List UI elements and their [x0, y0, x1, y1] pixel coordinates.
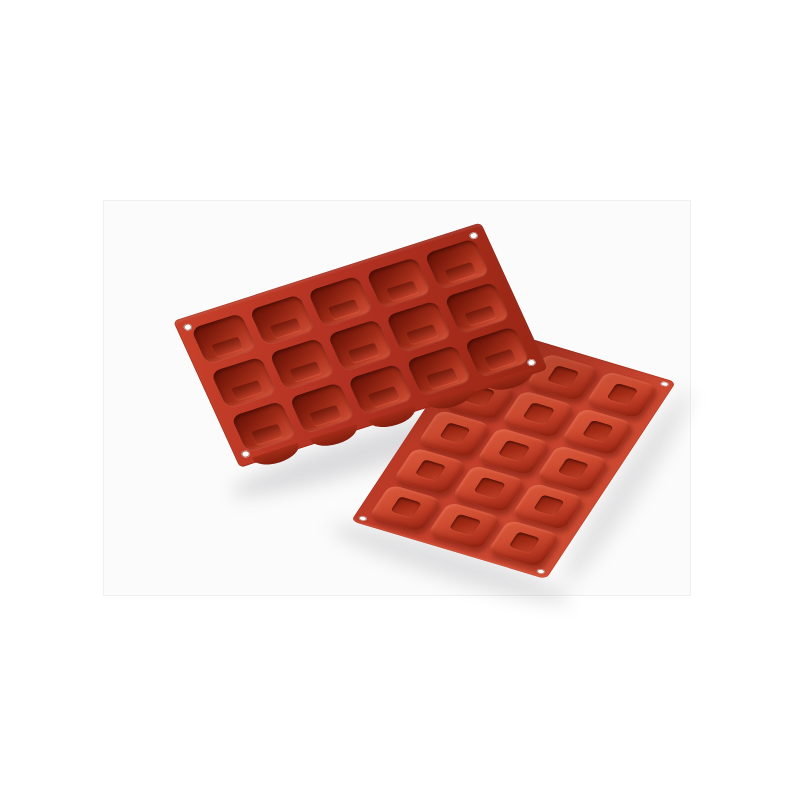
cavity [406, 344, 472, 396]
cavity [347, 363, 413, 415]
cavity [444, 282, 510, 334]
cavity [269, 338, 335, 390]
cavity [191, 313, 257, 365]
cavity [231, 400, 297, 452]
cavity [366, 257, 432, 309]
product-photo [0, 0, 800, 800]
cavity [386, 301, 452, 353]
cavity [289, 382, 355, 434]
cavity [211, 357, 277, 409]
cavity [307, 276, 373, 328]
cavity [327, 319, 393, 371]
photo-backdrop [103, 200, 691, 596]
cavity [464, 326, 530, 378]
cavity [424, 238, 490, 290]
cavity [249, 294, 315, 346]
